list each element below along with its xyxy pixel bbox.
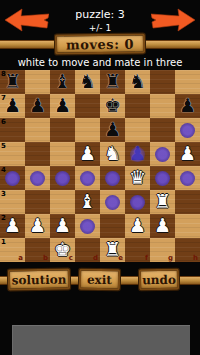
square-e4[interactable]: [100, 166, 125, 190]
square-e8[interactable]: ♜: [100, 70, 125, 94]
square-f2[interactable]: ♟: [125, 214, 150, 238]
legal-move-dot: [155, 147, 170, 162]
piece-black-knight: ♞: [75, 70, 100, 94]
rank-label-4: 4: [1, 166, 6, 174]
square-e2[interactable]: [100, 214, 125, 238]
piece-white-pawn: ♟: [125, 214, 150, 238]
rank-label-6: 6: [1, 118, 6, 126]
square-a8[interactable]: 8♜: [0, 70, 25, 94]
piece-white-rook: ♜: [150, 190, 175, 214]
legal-move-dot: [105, 195, 120, 210]
square-d7[interactable]: [75, 94, 100, 118]
capture-highlight-dot: [130, 147, 145, 162]
square-g5[interactable]: [150, 142, 175, 166]
file-label-b: b: [43, 254, 48, 262]
piece-white-pawn: ♟: [150, 214, 175, 238]
square-a7[interactable]: 7♟: [0, 94, 25, 118]
square-h5[interactable]: ♟: [175, 142, 200, 166]
square-a2[interactable]: 2♟: [0, 214, 25, 238]
piece-black-rook: ♜: [0, 70, 25, 94]
puzzle-range-label: +/- 1: [0, 23, 200, 33]
square-g4[interactable]: [150, 166, 175, 190]
square-b6[interactable]: [25, 118, 50, 142]
square-g8[interactable]: [150, 70, 175, 94]
file-label-h: h: [193, 254, 198, 262]
rank-label-1: 1: [1, 238, 6, 246]
file-label-g: g: [168, 254, 173, 262]
piece-white-king: ♚: [50, 238, 75, 262]
piece-black-pawn: ♟: [25, 94, 50, 118]
legal-move-dot: [180, 171, 195, 186]
ad-banner: [12, 325, 190, 355]
square-d3[interactable]: ♝: [75, 190, 100, 214]
square-h7[interactable]: ♟: [175, 94, 200, 118]
square-b8[interactable]: [25, 70, 50, 94]
square-h3[interactable]: [175, 190, 200, 214]
puzzle-app-window: puzzle: 3 +/- 1 moves: 0 white to move a…: [0, 0, 200, 355]
file-label-d: d: [93, 254, 98, 262]
square-f8[interactable]: ♞: [125, 70, 150, 94]
piece-white-pawn: ♟: [50, 214, 75, 238]
piece-white-pawn: ♟: [175, 142, 200, 166]
piece-black-pawn: ♟: [100, 118, 125, 142]
moves-counter: moves: 0: [55, 33, 145, 54]
undo-button[interactable]: undo: [139, 269, 179, 291]
square-a4[interactable]: 4: [0, 166, 25, 190]
square-d6[interactable]: [75, 118, 100, 142]
square-f6[interactable]: [125, 118, 150, 142]
rank-label-3: 3: [1, 190, 6, 198]
rank-label-5: 5: [1, 142, 6, 150]
square-e1[interactable]: e♜: [100, 238, 125, 262]
square-c2[interactable]: ♟: [50, 214, 75, 238]
square-d4[interactable]: [75, 166, 100, 190]
legal-move-dot: [105, 171, 120, 186]
square-f1[interactable]: f: [125, 238, 150, 262]
square-h2[interactable]: [175, 214, 200, 238]
square-c4[interactable]: [50, 166, 75, 190]
puzzle-instruction-text: white to move and mate in three: [0, 56, 200, 69]
legal-move-dot: [5, 171, 20, 186]
piece-black-pawn: ♟: [0, 94, 25, 118]
square-c6[interactable]: [50, 118, 75, 142]
square-e7[interactable]: ♚: [100, 94, 125, 118]
square-h8[interactable]: [175, 70, 200, 94]
square-a6[interactable]: 6: [0, 118, 25, 142]
square-e6[interactable]: ♟: [100, 118, 125, 142]
piece-white-knight: ♞: [100, 142, 125, 166]
square-h6[interactable]: [175, 118, 200, 142]
square-b2[interactable]: ♟: [25, 214, 50, 238]
square-f5[interactable]: ♟: [125, 142, 150, 166]
square-b1[interactable]: b: [25, 238, 50, 262]
square-b7[interactable]: ♟: [25, 94, 50, 118]
square-d5[interactable]: ♟: [75, 142, 100, 166]
chess-board: 8♜♝♞♜♞7♟♟♟♚♟6♟5♟♞♟♟4♛3♝♜2♟♟♟♟♟1abc♚de♜fg…: [0, 70, 200, 262]
piece-white-rook: ♜: [100, 238, 125, 262]
square-h1[interactable]: h: [175, 238, 200, 262]
piece-white-pawn: ♟: [0, 214, 25, 238]
piece-white-pawn: ♟: [25, 214, 50, 238]
square-e5[interactable]: ♞: [100, 142, 125, 166]
square-g1[interactable]: g: [150, 238, 175, 262]
legal-move-dot: [130, 195, 145, 210]
legal-move-dot: [80, 171, 95, 186]
square-b4[interactable]: [25, 166, 50, 190]
exit-button[interactable]: exit: [79, 269, 120, 291]
square-c5[interactable]: [50, 142, 75, 166]
piece-white-bishop: ♝: [75, 190, 100, 214]
piece-black-knight: ♞: [125, 70, 150, 94]
legal-move-dot: [30, 171, 45, 186]
piece-black-bishop: ♝: [50, 70, 75, 94]
square-c8[interactable]: ♝: [50, 70, 75, 94]
solution-button[interactable]: solution: [8, 268, 70, 290]
square-h4[interactable]: [175, 166, 200, 190]
piece-black-rook: ♜: [100, 70, 125, 94]
square-f4[interactable]: ♛: [125, 166, 150, 190]
square-f3[interactable]: [125, 190, 150, 214]
square-a5[interactable]: 5: [0, 142, 25, 166]
square-a3[interactable]: 3: [0, 190, 25, 214]
square-f7[interactable]: [125, 94, 150, 118]
square-c1[interactable]: c♚: [50, 238, 75, 262]
square-g7[interactable]: [150, 94, 175, 118]
piece-black-pawn: ♟: [175, 94, 200, 118]
legal-move-dot: [180, 123, 195, 138]
square-g6[interactable]: [150, 118, 175, 142]
square-b5[interactable]: [25, 142, 50, 166]
square-b3[interactable]: [25, 190, 50, 214]
square-c3[interactable]: [50, 190, 75, 214]
puzzle-number-label: puzzle: 3: [0, 9, 200, 21]
square-d1[interactable]: d: [75, 238, 100, 262]
file-label-a: a: [18, 254, 23, 262]
piece-black-king: ♚: [100, 94, 125, 118]
piece-white-queen: ♛: [125, 166, 150, 190]
piece-black-pawn: ♟: [50, 94, 75, 118]
square-d8[interactable]: ♞: [75, 70, 100, 94]
legal-move-dot: [55, 171, 70, 186]
legal-move-dot: [155, 171, 170, 186]
square-d2[interactable]: [75, 214, 100, 238]
square-c7[interactable]: ♟: [50, 94, 75, 118]
square-g3[interactable]: ♜: [150, 190, 175, 214]
legal-move-dot: [80, 219, 95, 234]
piece-white-pawn: ♟: [75, 142, 100, 166]
square-a1[interactable]: 1a: [0, 238, 25, 262]
square-e3[interactable]: [100, 190, 125, 214]
square-g2[interactable]: ♟: [150, 214, 175, 238]
file-label-f: f: [145, 254, 148, 262]
